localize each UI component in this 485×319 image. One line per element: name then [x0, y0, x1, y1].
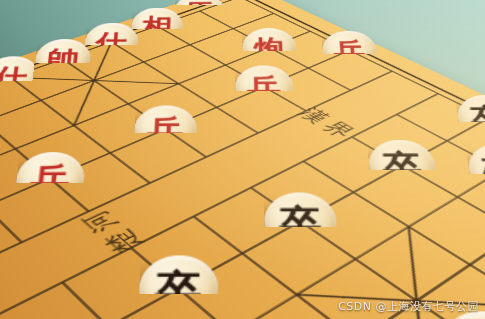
piece-black-卒[interactable]: 卒	[137, 255, 218, 319]
photo-background: 楚河 漢界 車馬相仕帥仕相馬車炮炮兵兵兵兵兵卒卒卒卒卒砲砲車馬象士將士象馬車 C…	[0, 0, 485, 319]
piece-black-卒[interactable]: 卒	[264, 192, 338, 251]
xiangqi-board-scene: 楚河 漢界 車馬相仕帥仕相馬車炮炮兵兵兵兵兵卒卒卒卒卒砲砲車馬象士將士象馬車	[0, 0, 485, 319]
watermark: CSDN @上海没有七号公园	[338, 299, 479, 314]
